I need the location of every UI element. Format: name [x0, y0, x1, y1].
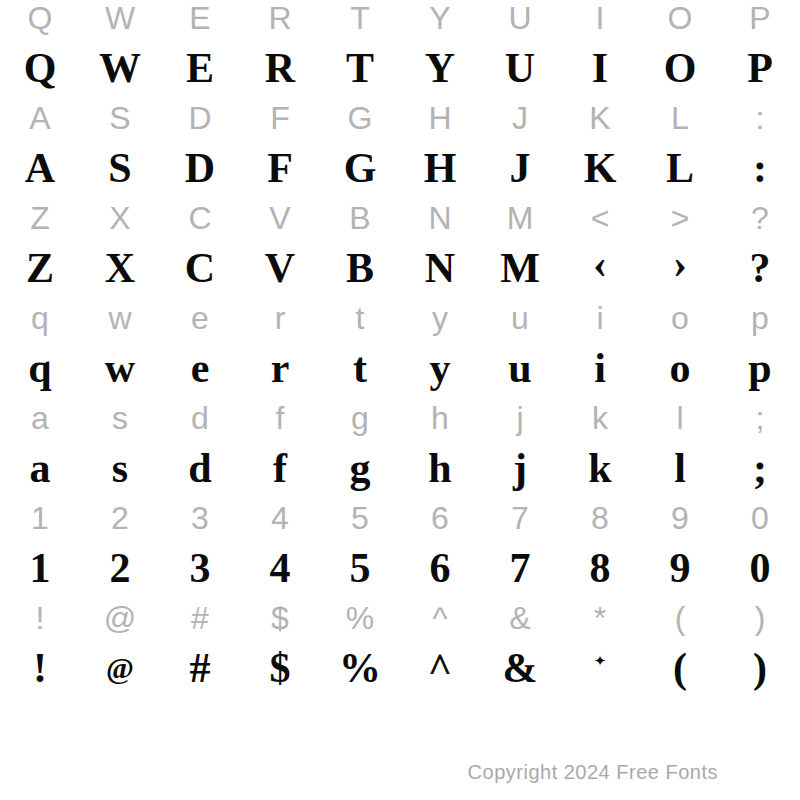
glyph-cell: r	[240, 293, 320, 343]
glyph-cell: ‹	[560, 239, 640, 289]
glyph-cell: i	[560, 293, 640, 343]
glyph-cell: #	[160, 643, 240, 693]
glyph-cell: k	[560, 393, 640, 443]
glyph-cell: ^	[400, 643, 480, 693]
glyph-cell: L	[640, 143, 720, 193]
glyph-cell: s	[80, 393, 160, 443]
glyph-cell: u	[480, 293, 560, 343]
glyph-cell: A	[0, 93, 80, 143]
glyph-cell: Y	[400, 43, 480, 93]
reference-font-row: asdfghjkl;	[0, 393, 800, 443]
glyph-cell: J	[480, 143, 560, 193]
glyph-cell: Q	[0, 43, 80, 93]
glyph-cell: J	[480, 93, 560, 143]
glyph-cell: q	[0, 343, 80, 393]
glyph-cell: G	[320, 143, 400, 193]
glyph-cell: d	[160, 393, 240, 443]
display-font-row: ZXCVBNM‹›?	[0, 243, 800, 293]
glyph-cell: >	[640, 193, 720, 243]
glyph-cell: )	[720, 593, 800, 643]
glyph-cell: g	[320, 393, 400, 443]
glyph-cell: H	[400, 143, 480, 193]
glyph-cell: h	[400, 393, 480, 443]
display-font-row: QWERTYUIOP	[0, 43, 800, 93]
glyph-cell: 6	[400, 543, 480, 593]
glyph-cell: 1	[0, 543, 80, 593]
glyph-cell: P	[720, 43, 800, 93]
glyph-cell: 4	[240, 493, 320, 543]
glyph-cell: !	[0, 643, 80, 693]
glyph-cell: p	[720, 293, 800, 343]
glyph-cell: 3	[160, 543, 240, 593]
glyph-cell: :	[720, 143, 800, 193]
glyph-cell: V	[240, 193, 320, 243]
glyph-cell: j	[480, 443, 560, 493]
glyph-cell: N	[400, 243, 480, 293]
glyph-cell: l	[640, 443, 720, 493]
glyph-cell: j	[480, 393, 560, 443]
glyph-cell: O	[640, 43, 720, 93]
glyph-cell: B	[320, 193, 400, 243]
display-font-row: 1234567890	[0, 543, 800, 593]
glyph-cell: w	[80, 293, 160, 343]
glyph-cell: ?	[720, 243, 800, 293]
glyph-cell: %	[320, 593, 400, 643]
glyph-cell: h	[400, 443, 480, 493]
glyph-cell: a	[0, 443, 80, 493]
glyph-cell: &	[480, 593, 560, 643]
glyph-cell: 3	[160, 493, 240, 543]
glyph-cell: $	[240, 593, 320, 643]
glyph-cell: 8	[560, 493, 640, 543]
glyph-cell: E	[160, 0, 240, 43]
glyph-cell: D	[160, 93, 240, 143]
glyph-cell: L	[640, 93, 720, 143]
glyph-cell: y	[400, 343, 480, 393]
glyph-cell: @	[80, 643, 160, 693]
glyph-cell: k	[560, 443, 640, 493]
glyph-cell: ^	[400, 593, 480, 643]
glyph-cell: C	[160, 193, 240, 243]
glyph-cell: Q	[0, 0, 80, 43]
glyph-cell: 7	[480, 543, 560, 593]
glyph-cell: K	[560, 93, 640, 143]
glyph-cell: I	[560, 0, 640, 43]
glyph-cell: ✦	[560, 636, 640, 686]
reference-font-row: ZXCVBNM<>?	[0, 193, 800, 243]
glyph-cell: ;	[720, 393, 800, 443]
glyph-cell: a	[0, 393, 80, 443]
glyph-cell: Z	[0, 193, 80, 243]
glyph-cell: s	[80, 443, 160, 493]
glyph-cell: <	[560, 193, 640, 243]
glyph-cell: w	[80, 343, 160, 393]
glyph-cell: M	[480, 193, 560, 243]
reference-font-row: !@#$%^&*()	[0, 593, 800, 643]
reference-font-row: 1234567890	[0, 493, 800, 543]
glyph-cell: o	[640, 293, 720, 343]
glyph-cell: l	[640, 393, 720, 443]
glyph-cell: T	[320, 43, 400, 93]
glyph-cell: M	[480, 243, 560, 293]
glyph-cell: f	[240, 393, 320, 443]
glyph-cell: f	[240, 443, 320, 493]
glyph-cell: 5	[320, 543, 400, 593]
glyph-cell: P	[720, 0, 800, 43]
display-font-row: !@#$%^&✦()	[0, 643, 800, 693]
glyph-cell: F	[240, 93, 320, 143]
glyph-cell: (	[640, 593, 720, 643]
glyph-cell: U	[480, 43, 560, 93]
glyph-cell: e	[160, 343, 240, 393]
glyph-cell: S	[80, 93, 160, 143]
glyph-cell: 1	[0, 493, 80, 543]
glyph-cell: X	[80, 193, 160, 243]
glyph-cell: Z	[0, 243, 80, 293]
glyph-cell: ›	[640, 239, 720, 289]
glyph-cell: u	[480, 343, 560, 393]
glyph-cell: q	[0, 293, 80, 343]
glyph-cell: X	[80, 243, 160, 293]
glyph-cell: 9	[640, 493, 720, 543]
glyph-cell: %	[320, 643, 400, 693]
glyph-cell: T	[320, 0, 400, 43]
glyph-cell: I	[560, 43, 640, 93]
glyph-cell: e	[160, 293, 240, 343]
glyph-cell: !	[0, 593, 80, 643]
glyph-cell: W	[80, 43, 160, 93]
glyph-cell: 9	[640, 543, 720, 593]
glyph-cell: G	[320, 93, 400, 143]
glyph-cell: N	[400, 193, 480, 243]
glyph-cell: o	[640, 343, 720, 393]
glyph-cell: &	[480, 643, 560, 693]
display-font-row: qwertyuiop	[0, 343, 800, 393]
glyph-cell: t	[320, 293, 400, 343]
glyph-cell: 7	[480, 493, 560, 543]
glyph-cell: 8	[560, 543, 640, 593]
glyph-cell: A	[0, 143, 80, 193]
glyph-cell: R	[240, 0, 320, 43]
glyph-cell: B	[320, 243, 400, 293]
display-font-row: asdfghjkl;	[0, 443, 800, 493]
glyph-cell: 6	[400, 493, 480, 543]
glyph-cell: C	[160, 243, 240, 293]
glyph-cell: )	[720, 643, 800, 693]
glyph-cell: F	[240, 143, 320, 193]
glyph-cell: V	[240, 243, 320, 293]
glyph-cell: W	[80, 0, 160, 43]
glyph-cell: 2	[80, 493, 160, 543]
glyph-cell: 0	[720, 543, 800, 593]
glyph-cell: $	[240, 643, 320, 693]
glyph-cell: p	[720, 343, 800, 393]
glyph-cell: 2	[80, 543, 160, 593]
glyph-cell: S	[80, 143, 160, 193]
glyph-cell: @	[80, 593, 160, 643]
copyright-text: Copyright 2024 Free Fonts	[468, 759, 718, 785]
font-specimen-page: QWERTYUIOPQWERTYUIOPASDFGHJKL:ASDFGHJKL:…	[0, 0, 800, 800]
glyph-cell: K	[560, 143, 640, 193]
glyph-cell: D	[160, 143, 240, 193]
display-font-row: ASDFGHJKL:	[0, 143, 800, 193]
glyph-cell: ;	[720, 443, 800, 493]
glyph-cell: ?	[720, 193, 800, 243]
glyph-cell: i	[560, 343, 640, 393]
glyph-cell: r	[240, 343, 320, 393]
glyph-cell: H	[400, 93, 480, 143]
reference-font-row: QWERTYUIOP	[0, 0, 800, 43]
character-grid: QWERTYUIOPQWERTYUIOPASDFGHJKL:ASDFGHJKL:…	[0, 0, 800, 693]
glyph-cell: #	[160, 593, 240, 643]
glyph-cell: :	[720, 93, 800, 143]
glyph-cell: 5	[320, 493, 400, 543]
glyph-cell: 4	[240, 543, 320, 593]
glyph-cell: R	[240, 43, 320, 93]
glyph-cell: U	[480, 0, 560, 43]
glyph-cell: t	[320, 343, 400, 393]
glyph-cell: O	[640, 0, 720, 43]
reference-font-row: qwertyuiop	[0, 293, 800, 343]
reference-font-row: ASDFGHJKL:	[0, 93, 800, 143]
glyph-cell: g	[320, 443, 400, 493]
glyph-cell: y	[400, 293, 480, 343]
glyph-cell: (	[640, 643, 720, 693]
glyph-cell: Y	[400, 0, 480, 43]
glyph-cell: d	[160, 443, 240, 493]
glyph-cell: E	[160, 43, 240, 93]
glyph-cell: 0	[720, 493, 800, 543]
